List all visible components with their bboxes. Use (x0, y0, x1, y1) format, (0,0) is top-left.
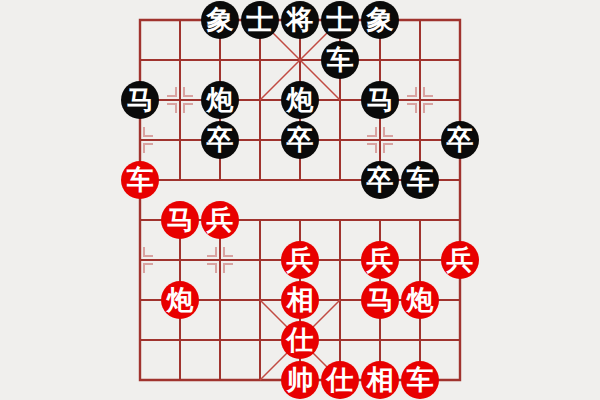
piece-black[interactable]: 车 (321, 41, 359, 79)
xiangqi-board: 象士将士象车马炮炮马卒卒卒卒车车马兵兵兵兵炮相马炮仕帅仕相车 (0, 0, 600, 400)
piece-black[interactable]: 士 (321, 1, 359, 39)
piece-red[interactable]: 兵 (361, 241, 399, 279)
piece-black[interactable]: 象 (361, 1, 399, 39)
piece-black[interactable]: 炮 (201, 81, 239, 119)
piece-red[interactable]: 兵 (441, 241, 479, 279)
piece-red[interactable]: 仕 (321, 361, 359, 399)
piece-black[interactable]: 马 (361, 81, 399, 119)
piece-black[interactable]: 卒 (441, 121, 479, 159)
piece-black[interactable]: 卒 (361, 161, 399, 199)
piece-black[interactable]: 象 (201, 1, 239, 39)
piece-red[interactable]: 炮 (161, 281, 199, 319)
piece-red[interactable]: 兵 (281, 241, 319, 279)
piece-red[interactable]: 炮 (401, 281, 439, 319)
piece-red[interactable]: 帅 (281, 361, 319, 399)
piece-black[interactable]: 将 (281, 1, 319, 39)
pieces-grid[interactable]: 象士将士象车马炮炮马卒卒卒卒车车马兵兵兵兵炮相马炮仕帅仕相车 (120, 0, 480, 400)
piece-black[interactable]: 卒 (201, 121, 239, 159)
piece-red[interactable]: 相 (361, 361, 399, 399)
piece-black[interactable]: 卒 (281, 121, 319, 159)
piece-red[interactable]: 车 (121, 161, 159, 199)
piece-red[interactable]: 兵 (201, 201, 239, 239)
piece-red[interactable]: 马 (361, 281, 399, 319)
piece-red[interactable]: 马 (161, 201, 199, 239)
piece-black[interactable]: 马 (121, 81, 159, 119)
piece-red[interactable]: 仕 (281, 321, 319, 359)
piece-black[interactable]: 士 (241, 1, 279, 39)
piece-black[interactable]: 车 (401, 161, 439, 199)
piece-black[interactable]: 炮 (281, 81, 319, 119)
piece-red[interactable]: 相 (281, 281, 319, 319)
piece-red[interactable]: 车 (401, 361, 439, 399)
